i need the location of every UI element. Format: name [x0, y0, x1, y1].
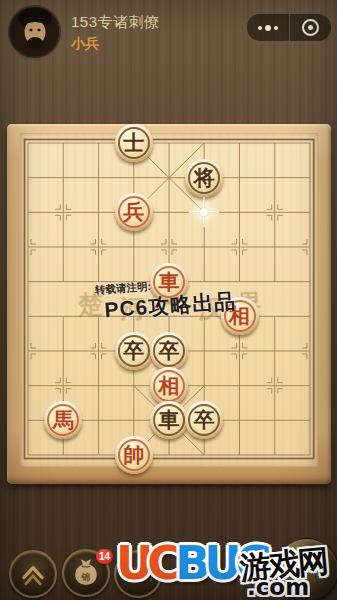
bag-badge: 14 [96, 549, 113, 564]
piece-black-soldier[interactable]: 卒 [185, 401, 223, 439]
app-screen: 153专诸刺僚 小兵 楚 河 汉 界 士将兵車相卒卒相馬車卒帥 转载请注明: P… [0, 0, 337, 600]
obscured-icon: 残局 [123, 565, 153, 584]
piece-black-chariot[interactable]: 車 [150, 401, 188, 439]
obscured-button[interactable]: 残局 [114, 550, 162, 598]
chevron-up-icon [13, 554, 53, 594]
piece-red-marshal[interactable]: 帥 [115, 436, 153, 474]
miniprogram-capsule [246, 13, 332, 42]
xiangqi-board: 士将兵車相卒卒相馬車卒帥 [10, 126, 327, 473]
more-icon [258, 25, 278, 31]
close-icon [302, 19, 319, 36]
stone-button[interactable] [275, 538, 337, 600]
piece-red-chariot[interactable]: 車 [150, 263, 188, 301]
avatar-portrait [10, 7, 59, 56]
level-title: 153专诸刺僚 [71, 13, 160, 32]
piece-red-soldier[interactable]: 兵 [115, 193, 153, 231]
piece-red-elephant[interactable]: 相 [150, 367, 188, 405]
hint-sparkle [189, 197, 219, 227]
piece-black-advisor[interactable]: 士 [115, 124, 153, 162]
rank-label: 小兵 [71, 35, 99, 53]
piece-black-general[interactable]: 将 [185, 159, 223, 197]
piece-red-horse[interactable]: 馬 [44, 401, 82, 439]
more-button[interactable] [247, 14, 289, 41]
piece-black-soldier[interactable]: 卒 [115, 332, 153, 370]
piece-black-soldier[interactable]: 卒 [150, 332, 188, 370]
close-button[interactable] [289, 14, 332, 41]
avatar [10, 7, 59, 56]
piece-red-elephant[interactable]: 相 [221, 297, 259, 335]
expand-button[interactable] [9, 550, 57, 598]
svg-text:锦: 锦 [81, 572, 91, 582]
